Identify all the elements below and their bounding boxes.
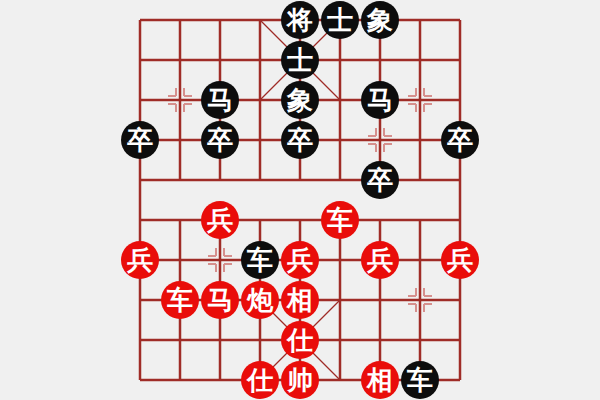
black-pawn-glyph: 卒 — [201, 121, 239, 159]
red-pawn-glyph: 兵 — [201, 201, 239, 239]
piece-red-chariot[interactable]: 车 — [320, 200, 360, 240]
piece-red-advisor[interactable]: 仕 — [240, 360, 280, 400]
xiangqi-board: 将士象士马象马卒卒卒卒卒兵车兵车兵兵兵车马炮相仕仕帅相车 — [120, 0, 480, 400]
piece-black-advisor[interactable]: 士 — [280, 40, 320, 80]
black-pawn-glyph: 卒 — [361, 161, 399, 199]
red-advisor-glyph: 仕 — [241, 361, 279, 399]
piece-red-pawn[interactable]: 兵 — [440, 240, 480, 280]
piece-red-elephant[interactable]: 相 — [360, 360, 400, 400]
piece-red-pawn[interactable]: 兵 — [200, 200, 240, 240]
black-chariot-glyph: 车 — [241, 241, 279, 279]
piece-black-advisor[interactable]: 士 — [320, 0, 360, 40]
red-pawn-glyph: 兵 — [121, 241, 159, 279]
black-horse-glyph: 马 — [201, 81, 239, 119]
piece-red-cannon[interactable]: 炮 — [240, 280, 280, 320]
piece-black-pawn[interactable]: 卒 — [200, 120, 240, 160]
red-pawn-glyph: 兵 — [441, 241, 479, 279]
piece-red-pawn[interactable]: 兵 — [360, 240, 400, 280]
piece-black-elephant[interactable]: 象 — [360, 0, 400, 40]
red-advisor-glyph: 仕 — [281, 321, 319, 359]
red-cannon-glyph: 炮 — [241, 281, 279, 319]
red-pawn-glyph: 兵 — [361, 241, 399, 279]
piece-black-horse[interactable]: 马 — [360, 80, 400, 120]
piece-red-general[interactable]: 帅 — [280, 360, 320, 400]
black-horse-glyph: 马 — [361, 81, 399, 119]
piece-black-pawn[interactable]: 卒 — [440, 120, 480, 160]
red-elephant-glyph: 相 — [281, 281, 319, 319]
black-advisor-glyph: 士 — [321, 1, 359, 39]
piece-red-pawn[interactable]: 兵 — [120, 240, 160, 280]
black-chariot-glyph: 车 — [401, 361, 439, 399]
red-pawn-glyph: 兵 — [281, 241, 319, 279]
black-elephant-glyph: 象 — [281, 81, 319, 119]
black-general-glyph: 将 — [281, 1, 319, 39]
xiangqi-screenshot-root: 将士象士马象马卒卒卒卒卒兵车兵车兵兵兵车马炮相仕仕帅相车 — [0, 0, 600, 400]
piece-red-elephant[interactable]: 相 — [280, 280, 320, 320]
piece-black-general[interactable]: 将 — [280, 0, 320, 40]
red-general-glyph: 帅 — [281, 361, 319, 399]
piece-red-pawn[interactable]: 兵 — [280, 240, 320, 280]
black-elephant-glyph: 象 — [361, 1, 399, 39]
piece-black-elephant[interactable]: 象 — [280, 80, 320, 120]
black-pawn-glyph: 卒 — [441, 121, 479, 159]
piece-black-pawn[interactable]: 卒 — [280, 120, 320, 160]
red-elephant-glyph: 相 — [361, 361, 399, 399]
red-chariot-glyph: 车 — [321, 201, 359, 239]
piece-red-chariot[interactable]: 车 — [160, 280, 200, 320]
red-horse-glyph: 马 — [201, 281, 239, 319]
black-pawn-glyph: 卒 — [121, 121, 159, 159]
piece-red-horse[interactable]: 马 — [200, 280, 240, 320]
piece-black-pawn[interactable]: 卒 — [360, 160, 400, 200]
piece-black-chariot[interactable]: 车 — [400, 360, 440, 400]
red-chariot-glyph: 车 — [161, 281, 199, 319]
piece-red-advisor[interactable]: 仕 — [280, 320, 320, 360]
piece-black-chariot[interactable]: 车 — [240, 240, 280, 280]
black-advisor-glyph: 士 — [281, 41, 319, 79]
piece-black-pawn[interactable]: 卒 — [120, 120, 160, 160]
black-pawn-glyph: 卒 — [281, 121, 319, 159]
piece-black-horse[interactable]: 马 — [200, 80, 240, 120]
